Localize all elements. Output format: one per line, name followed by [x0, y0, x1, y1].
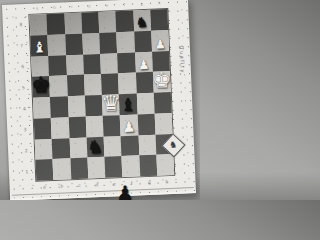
piece-white-pawn-h7[interactable]: ♟	[154, 38, 165, 50]
pieces-layer: ♞♝♟♟♚♚♛♝♟♞	[29, 9, 174, 181]
brand-side-text: Quality	[179, 45, 186, 74]
rank-label-5: 5	[19, 77, 28, 98]
rank-label-6: 6	[18, 56, 27, 77]
piece-black-knight-d2[interactable]: ♞	[87, 138, 104, 157]
file-label-h: h	[158, 179, 176, 188]
vinyl-chess-mat: 87654321 abcdefgh abcdefgh ♞♝♟♟♚♚♛♝♟♞ Qu…	[2, 0, 196, 200]
rank-label-4: 4	[20, 98, 29, 119]
piece-white-king-h5[interactable]: ♚	[152, 69, 172, 91]
rank-label-8: 8	[16, 14, 25, 35]
piece-black-bishop-f4[interactable]: ♝	[120, 96, 136, 114]
file-labels-bottom: abcdefgh	[36, 179, 176, 193]
rank-label-1: 1	[23, 161, 32, 182]
file-label-a: a	[36, 184, 54, 193]
captured-black-piece: ♟	[116, 183, 134, 200]
piece-white-pawn-f3[interactable]: ♟	[122, 120, 135, 135]
file-label-b: b	[53, 183, 71, 192]
file-label-d: d	[88, 182, 106, 191]
piece-white-pawn-g6[interactable]: ♟	[138, 59, 150, 72]
piece-white-bishop-a7[interactable]: ♝	[32, 40, 46, 56]
file-label-g: g	[140, 180, 158, 189]
file-label-c: c	[71, 183, 89, 192]
chess-board: ♞♝♟♟♚♚♛♝♟♞	[28, 8, 175, 182]
rank-label-3: 3	[21, 119, 30, 140]
piece-black-knight-g8[interactable]: ♞	[135, 16, 148, 30]
rank-label-7: 7	[17, 35, 26, 56]
piece-white-queen-e4[interactable]: ♛	[101, 92, 121, 114]
piece-black-king-a5[interactable]: ♚	[31, 74, 51, 96]
rank-label-2: 2	[22, 140, 31, 161]
knight-logo-icon: ♞	[169, 141, 177, 150]
